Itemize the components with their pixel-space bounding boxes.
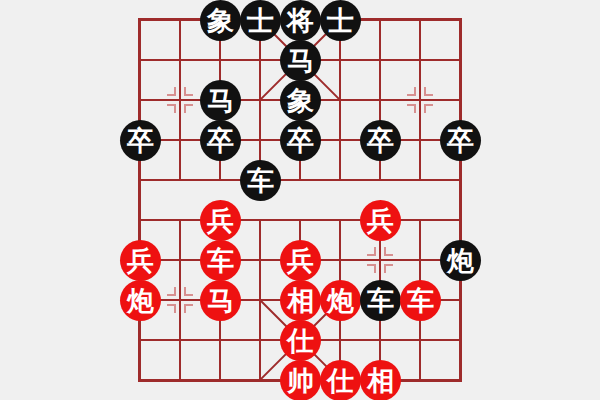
pieces-layer: 象士将士马马象卒卒卒卒卒车兵兵兵车兵炮炮马相炮车车仕帅仕相 (0, 0, 600, 400)
black-cannon[interactable]: 炮 (440, 240, 481, 281)
black-elephant[interactable]: 象 (280, 80, 321, 121)
red-soldier[interactable]: 兵 (280, 240, 321, 281)
black-advisor[interactable]: 士 (320, 0, 361, 41)
black-elephant[interactable]: 象 (200, 0, 241, 41)
red-chariot[interactable]: 车 (200, 240, 241, 281)
red-soldier[interactable]: 兵 (200, 200, 241, 241)
black-horse[interactable]: 马 (200, 80, 241, 121)
red-cannon[interactable]: 炮 (120, 280, 161, 321)
red-elephant[interactable]: 相 (360, 360, 401, 400)
red-chariot[interactable]: 车 (400, 280, 441, 321)
black-soldier[interactable]: 卒 (200, 120, 241, 161)
red-horse[interactable]: 马 (200, 280, 241, 321)
black-general[interactable]: 将 (280, 0, 321, 41)
red-soldier[interactable]: 兵 (120, 240, 161, 281)
red-advisor[interactable]: 仕 (320, 360, 361, 400)
black-chariot[interactable]: 车 (240, 160, 281, 201)
black-chariot[interactable]: 车 (360, 280, 401, 321)
red-advisor[interactable]: 仕 (280, 320, 321, 361)
red-general[interactable]: 帅 (280, 360, 321, 400)
black-horse[interactable]: 马 (280, 40, 321, 81)
black-soldier[interactable]: 卒 (440, 120, 481, 161)
red-cannon[interactable]: 炮 (320, 280, 361, 321)
red-elephant[interactable]: 相 (280, 280, 321, 321)
black-soldier[interactable]: 卒 (280, 120, 321, 161)
black-soldier[interactable]: 卒 (360, 120, 401, 161)
black-soldier[interactable]: 卒 (120, 120, 161, 161)
xiangqi-board: 象士将士马马象卒卒卒卒卒车兵兵兵车兵炮炮马相炮车车仕帅仕相 (0, 0, 600, 400)
red-soldier[interactable]: 兵 (360, 200, 401, 241)
black-advisor[interactable]: 士 (240, 0, 281, 41)
